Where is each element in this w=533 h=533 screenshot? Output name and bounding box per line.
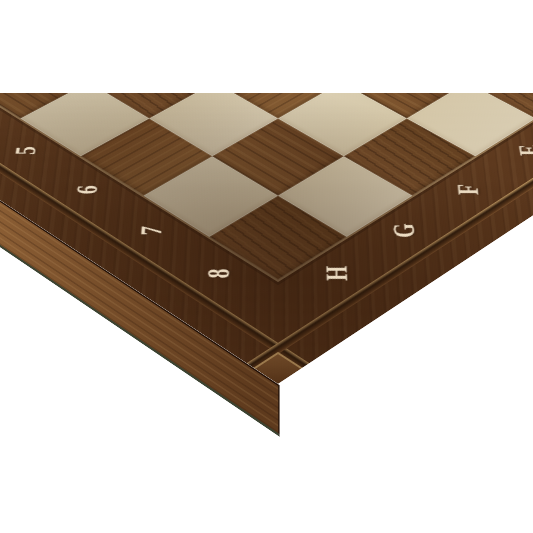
rank-label: 7 (134, 226, 169, 235)
chessboard: 12345678 ABCDEFGH (0, 93, 533, 384)
rank-label: 8 (201, 268, 237, 278)
product-photo: 12345678 ABCDEFGH (0, 0, 533, 533)
perspective-scene: 12345678 ABCDEFGH (0, 93, 533, 412)
file-label: E (513, 145, 533, 156)
file-label: G (387, 223, 423, 237)
rank-label: 6 (70, 185, 105, 194)
file-label: H (319, 266, 355, 281)
file-label: F (451, 184, 486, 195)
board-crop-region: 12345678 ABCDEFGH (0, 93, 533, 533)
rank-label: 5 (9, 146, 43, 154)
board-top-surface: 12345678 ABCDEFGH (0, 93, 533, 384)
